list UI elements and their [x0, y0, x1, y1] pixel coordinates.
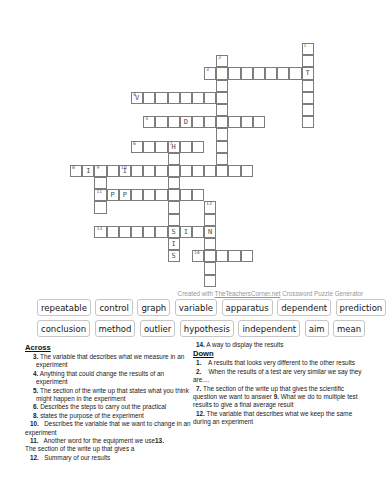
empty-space	[228, 104, 240, 116]
clue-down-2: 2. When the results of a test are very s…	[193, 368, 369, 385]
empty-space	[131, 43, 143, 55]
empty-space	[168, 55, 180, 67]
cell-r4c6	[143, 92, 155, 104]
cell-r10c7	[155, 165, 167, 177]
cell-r12c7	[155, 189, 167, 201]
empty-space	[94, 55, 106, 67]
cell-r15c10	[192, 226, 204, 238]
empty-space	[180, 55, 192, 67]
cell-r12c4: P	[119, 189, 131, 201]
cell-r12c2: 11	[94, 189, 106, 201]
empty-space	[302, 189, 314, 201]
cell-r8c5: 6	[131, 141, 143, 153]
clue-across-12: 12. Summary of our results	[25, 454, 197, 462]
word-bank: repeatablecontrolgraphvariableapparatusd…	[37, 299, 377, 341]
empty-space	[289, 275, 301, 287]
empty-space	[241, 238, 253, 250]
empty-space	[131, 80, 143, 92]
empty-space	[82, 153, 94, 165]
empty-space	[82, 189, 94, 201]
clue-number: 4	[133, 92, 136, 98]
empty-space	[241, 153, 253, 165]
clue-number: 14	[194, 250, 200, 256]
empty-space	[131, 55, 143, 67]
empty-space	[168, 80, 180, 92]
empty-space	[155, 214, 167, 226]
cell-r10c11	[204, 165, 216, 177]
cell-r12c8	[168, 189, 180, 201]
cell-r15c8: S	[168, 226, 180, 238]
empty-space	[143, 250, 155, 262]
bank-word-control: control	[95, 299, 132, 316]
cell-r8c12	[216, 141, 228, 153]
given-letter: I	[86, 168, 90, 175]
cell-r11c8	[168, 177, 180, 189]
empty-space	[289, 189, 301, 201]
cell-r4c9	[180, 92, 192, 104]
empty-space	[241, 201, 253, 213]
cell-r10c0: 8	[70, 165, 82, 177]
empty-space	[82, 128, 94, 140]
cell-r1c19	[302, 55, 314, 67]
empty-space	[289, 238, 301, 250]
cell-r7c12	[216, 128, 228, 140]
empty-space	[302, 238, 314, 250]
empty-space	[70, 116, 82, 128]
empty-space	[107, 201, 119, 213]
empty-space	[228, 55, 240, 67]
cell-r8c8: 7H	[168, 141, 180, 153]
empty-space	[277, 189, 289, 201]
empty-space	[94, 128, 106, 140]
empty-space	[192, 275, 204, 287]
empty-space	[107, 55, 119, 67]
clue-across-3: 3. The variable that describes what we m…	[25, 353, 197, 370]
empty-space	[107, 177, 119, 189]
empty-space	[119, 177, 131, 189]
cell-r2c17	[277, 67, 289, 79]
empty-space	[253, 226, 265, 238]
cell-r15c2: 13	[94, 226, 106, 238]
empty-space	[192, 177, 204, 189]
empty-space	[107, 43, 119, 55]
empty-space	[241, 141, 253, 153]
empty-space	[107, 92, 119, 104]
empty-space	[143, 238, 155, 250]
cell-r6c15	[253, 116, 265, 128]
empty-space	[143, 214, 155, 226]
empty-space	[302, 177, 314, 189]
empty-space	[131, 214, 143, 226]
empty-space	[155, 262, 167, 274]
empty-space	[216, 275, 228, 287]
cell-r10c1: I	[82, 165, 94, 177]
cell-r15c11: N	[204, 226, 216, 238]
cell-r12c5	[131, 189, 143, 201]
empty-space	[107, 80, 119, 92]
empty-space	[228, 141, 240, 153]
clue-across-8: 8. states the purpose of the experiment	[25, 412, 197, 420]
cell-r2c15	[253, 67, 265, 79]
empty-space	[192, 238, 204, 250]
empty-space	[143, 55, 155, 67]
empty-space	[70, 55, 82, 67]
cell-r2c12	[216, 67, 228, 79]
empty-space	[302, 201, 314, 213]
bank-word-outlier: outlier	[140, 320, 175, 337]
empty-space	[168, 67, 180, 79]
empty-space	[265, 153, 277, 165]
empty-space	[119, 128, 131, 140]
bank-word-aim: aim	[305, 320, 329, 337]
empty-space	[277, 214, 289, 226]
empty-space	[302, 226, 314, 238]
empty-space	[265, 189, 277, 201]
bank-word-hypothesis: hypothesis	[180, 320, 234, 337]
empty-space	[168, 128, 180, 140]
clue-across-10: 10. Describes the variable that we want …	[25, 420, 197, 437]
empty-space	[107, 67, 119, 79]
empty-space	[70, 250, 82, 262]
empty-space	[192, 201, 204, 213]
cell-r5c12	[216, 104, 228, 116]
cell-r15c3	[107, 226, 119, 238]
bank-word-conclusion: conclusion	[37, 320, 90, 337]
empty-space	[204, 177, 216, 189]
credit-pre: Created with	[178, 290, 215, 297]
empty-space	[289, 250, 301, 262]
clue-across-14: 14. A way to display the results	[193, 341, 369, 349]
empty-space	[107, 116, 119, 128]
empty-space	[155, 153, 167, 165]
cell-r6c12	[216, 116, 228, 128]
empty-space	[70, 80, 82, 92]
empty-space	[253, 201, 265, 213]
empty-space	[119, 116, 131, 128]
bank-row-1: repeatablecontrolgraphvariableapparatusd…	[37, 299, 377, 316]
empty-space	[180, 104, 192, 116]
empty-space	[107, 153, 119, 165]
cell-r6c9: D	[180, 116, 192, 128]
clue-down-12: 12. The variable that describes what we …	[193, 410, 369, 427]
cell-r6c14	[241, 116, 253, 128]
empty-space	[228, 275, 240, 287]
empty-space	[155, 43, 167, 55]
credit-link[interactable]: TheTeachersCorner.net	[215, 290, 281, 297]
empty-space	[265, 104, 277, 116]
empty-space	[94, 214, 106, 226]
empty-space	[228, 262, 240, 274]
empty-space	[265, 141, 277, 153]
empty-space	[107, 250, 119, 262]
empty-space	[143, 80, 155, 92]
empty-space	[82, 262, 94, 274]
empty-space	[82, 141, 94, 153]
cell-r9c8	[168, 153, 180, 165]
empty-space	[277, 226, 289, 238]
empty-space	[241, 43, 253, 55]
empty-space	[82, 80, 94, 92]
empty-space	[265, 43, 277, 55]
empty-space	[277, 55, 289, 67]
empty-space	[155, 67, 167, 79]
empty-space	[119, 201, 131, 213]
cell-r17c8: S	[168, 250, 180, 262]
empty-space	[228, 92, 240, 104]
empty-space	[143, 153, 155, 165]
empty-space	[265, 226, 277, 238]
cell-r6c10	[192, 116, 204, 128]
cell-r10c5	[131, 165, 143, 177]
empty-space	[94, 92, 106, 104]
given-letter: P	[111, 192, 115, 199]
empty-space	[143, 43, 155, 55]
empty-space	[228, 153, 240, 165]
clue-number: 8	[72, 165, 75, 171]
empty-space	[204, 141, 216, 153]
empty-space	[192, 43, 204, 55]
given-letter: T	[306, 70, 310, 77]
empty-space	[131, 275, 143, 287]
empty-space	[277, 104, 289, 116]
empty-space	[94, 153, 106, 165]
empty-space	[253, 153, 265, 165]
empty-space	[277, 141, 289, 153]
empty-space	[119, 43, 131, 55]
empty-space	[119, 55, 131, 67]
empty-space	[302, 214, 314, 226]
empty-space	[228, 43, 240, 55]
empty-space	[253, 165, 265, 177]
empty-space	[204, 104, 216, 116]
empty-space	[241, 189, 253, 201]
empty-space	[94, 141, 106, 153]
empty-space	[131, 238, 143, 250]
cell-r2c18	[289, 67, 301, 79]
clue-across-5: 5. The section of the write up that stat…	[25, 387, 197, 404]
empty-space	[168, 43, 180, 55]
cell-r6c8	[168, 116, 180, 128]
empty-space	[302, 275, 314, 287]
empty-space	[277, 201, 289, 213]
empty-space	[155, 275, 167, 287]
empty-space	[228, 226, 240, 238]
bank-word-method: method	[95, 320, 136, 337]
across-heading: Across	[25, 343, 197, 352]
empty-space	[277, 238, 289, 250]
empty-space	[143, 128, 155, 140]
empty-space	[241, 80, 253, 92]
cell-r10c13	[228, 165, 240, 177]
empty-space	[204, 128, 216, 140]
cell-r13c8	[168, 201, 180, 213]
cell-r9c12	[216, 153, 228, 165]
empty-space	[82, 226, 94, 238]
empty-space	[131, 104, 143, 116]
empty-space	[216, 238, 228, 250]
clues-down-column: 14. A way to display the results Down 1.…	[193, 341, 369, 427]
cell-r10c2: 9	[94, 165, 106, 177]
given-letter: D	[184, 119, 188, 126]
cell-r15c7	[155, 226, 167, 238]
empty-space	[143, 67, 155, 79]
empty-space	[289, 43, 301, 55]
empty-space	[228, 177, 240, 189]
given-letter: I	[171, 241, 175, 248]
clue-number: 13	[96, 226, 102, 232]
empty-space	[265, 55, 277, 67]
empty-space	[82, 116, 94, 128]
empty-space	[94, 104, 106, 116]
empty-space	[216, 262, 228, 274]
empty-space	[119, 238, 131, 250]
cell-r12c10	[192, 189, 204, 201]
empty-space	[94, 275, 106, 287]
empty-space	[228, 80, 240, 92]
empty-space	[277, 275, 289, 287]
cell-r8c10	[192, 141, 204, 153]
empty-space	[289, 262, 301, 274]
clue-number: 11	[96, 189, 102, 195]
empty-space	[107, 141, 119, 153]
empty-space	[82, 275, 94, 287]
empty-space	[289, 201, 301, 213]
bank-word-independent: independent	[238, 320, 300, 337]
empty-space	[253, 128, 265, 140]
cell-r17c11	[204, 250, 216, 262]
empty-space	[119, 153, 131, 165]
empty-space	[82, 214, 94, 226]
empty-space	[82, 67, 94, 79]
cell-r8c6	[143, 141, 155, 153]
empty-space	[265, 116, 277, 128]
cell-r4c8	[168, 92, 180, 104]
bank-word-apparatus: apparatus	[222, 299, 273, 316]
empty-space	[94, 250, 106, 262]
empty-space	[253, 55, 265, 67]
cell-r5c19	[302, 104, 314, 116]
empty-space	[70, 43, 82, 55]
empty-space	[180, 67, 192, 79]
clue-number: 1	[304, 43, 307, 49]
empty-space	[70, 201, 82, 213]
empty-space	[119, 275, 131, 287]
cell-r10c10	[192, 165, 204, 177]
cell-r4c7	[155, 92, 167, 104]
empty-space	[131, 201, 143, 213]
empty-space	[265, 275, 277, 287]
empty-space	[277, 262, 289, 274]
cell-r3c19	[302, 80, 314, 92]
empty-space	[70, 141, 82, 153]
bank-word-prediction: prediction	[336, 299, 386, 316]
empty-space	[70, 275, 82, 287]
cell-r16c8: I	[168, 238, 180, 250]
cell-r15c9: I	[180, 226, 192, 238]
empty-space	[277, 128, 289, 140]
empty-space	[119, 80, 131, 92]
empty-space	[204, 189, 216, 201]
empty-space	[131, 153, 143, 165]
empty-space	[119, 92, 131, 104]
empty-space	[94, 238, 106, 250]
empty-space	[302, 165, 314, 177]
empty-space	[253, 80, 265, 92]
empty-space	[253, 250, 265, 262]
cell-r8c7	[155, 141, 167, 153]
clues-across-column: Across 3. The variable that describes wh…	[25, 343, 197, 462]
empty-space	[277, 116, 289, 128]
empty-space	[216, 189, 228, 201]
cell-r6c11	[204, 116, 216, 128]
empty-space	[94, 80, 106, 92]
empty-space	[289, 141, 301, 153]
cell-r18c11	[204, 262, 216, 274]
empty-space	[265, 214, 277, 226]
empty-space	[228, 238, 240, 250]
cell-r17c10: 14	[192, 250, 204, 262]
cell-r6c7	[155, 116, 167, 128]
empty-space	[289, 226, 301, 238]
empty-space	[155, 128, 167, 140]
empty-space	[143, 275, 155, 287]
empty-space	[180, 250, 192, 262]
empty-space	[241, 214, 253, 226]
cell-r19c11	[204, 275, 216, 287]
empty-space	[289, 80, 301, 92]
clue-number: 12	[206, 201, 212, 207]
cell-r2c13	[228, 67, 240, 79]
empty-space	[228, 214, 240, 226]
empty-space	[241, 104, 253, 116]
cell-r16c11	[204, 238, 216, 250]
empty-space	[302, 250, 314, 262]
cell-r2c16	[265, 67, 277, 79]
empty-space	[70, 226, 82, 238]
cell-r4c19	[302, 92, 314, 104]
empty-space	[131, 177, 143, 189]
empty-space	[70, 128, 82, 140]
empty-space	[168, 275, 180, 287]
empty-space	[241, 128, 253, 140]
clue-number: 2	[218, 55, 221, 61]
cell-r10c4: 10I	[119, 165, 131, 177]
empty-space	[302, 128, 314, 140]
empty-space	[155, 250, 167, 262]
empty-space	[119, 67, 131, 79]
empty-space	[155, 177, 167, 189]
empty-space	[265, 80, 277, 92]
empty-space	[216, 177, 228, 189]
empty-space	[204, 153, 216, 165]
empty-space	[131, 250, 143, 262]
empty-space	[265, 128, 277, 140]
cell-r10c8	[168, 165, 180, 177]
empty-space	[155, 238, 167, 250]
empty-space	[216, 201, 228, 213]
empty-space	[155, 55, 167, 67]
clue-down-7-9: 7. The section of the write up that give…	[193, 385, 369, 410]
clue-down-1: 1. A results that looks very different t…	[193, 359, 369, 367]
cell-r8c9	[180, 141, 192, 153]
empty-space	[192, 55, 204, 67]
cell-r6c19	[302, 116, 314, 128]
empty-space	[107, 104, 119, 116]
empty-space	[70, 214, 82, 226]
empty-space	[216, 226, 228, 238]
empty-space	[119, 262, 131, 274]
empty-space	[289, 116, 301, 128]
